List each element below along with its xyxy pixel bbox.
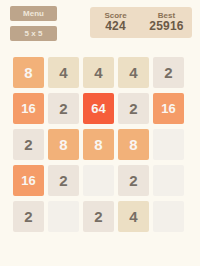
empty-cell-r4c5	[153, 165, 184, 196]
score-panel: Score 424 Best 25916	[90, 7, 192, 38]
tile-2: 2	[13, 201, 44, 232]
game-2048-app: Menu 5 x 5 Score 424 Best 25916 84442162…	[0, 0, 200, 266]
tile-4: 4	[48, 57, 79, 88]
empty-cell-r5c2	[48, 201, 79, 232]
tile-8: 8	[83, 129, 114, 160]
tile-8: 8	[48, 129, 79, 160]
tile-8: 8	[13, 57, 44, 88]
board-size-button[interactable]: 5 x 5	[10, 26, 57, 41]
tile-2: 2	[118, 165, 149, 196]
empty-cell-r3c5	[153, 129, 184, 160]
tile-16: 16	[13, 93, 44, 124]
tile-2: 2	[153, 57, 184, 88]
empty-cell-r4c3	[83, 165, 114, 196]
tile-4: 4	[118, 201, 149, 232]
tile-16: 16	[153, 93, 184, 124]
tile-4: 4	[83, 57, 114, 88]
tile-2: 2	[13, 129, 44, 160]
tile-2: 2	[48, 93, 79, 124]
tile-64: 64	[83, 93, 114, 124]
menu-button[interactable]: Menu	[10, 6, 57, 21]
empty-cell-r5c5	[153, 201, 184, 232]
score-box: Score 424	[93, 11, 139, 34]
tile-8: 8	[118, 129, 149, 160]
best-value: 25916	[144, 20, 190, 34]
tile-2: 2	[83, 201, 114, 232]
tile-16: 16	[13, 165, 44, 196]
score-value: 424	[93, 20, 139, 34]
board-grid[interactable]: 844421626421628881622224	[13, 57, 184, 232]
tile-2: 2	[118, 93, 149, 124]
tile-2: 2	[48, 165, 79, 196]
best-box: Best 25916	[144, 11, 190, 34]
tile-4: 4	[118, 57, 149, 88]
